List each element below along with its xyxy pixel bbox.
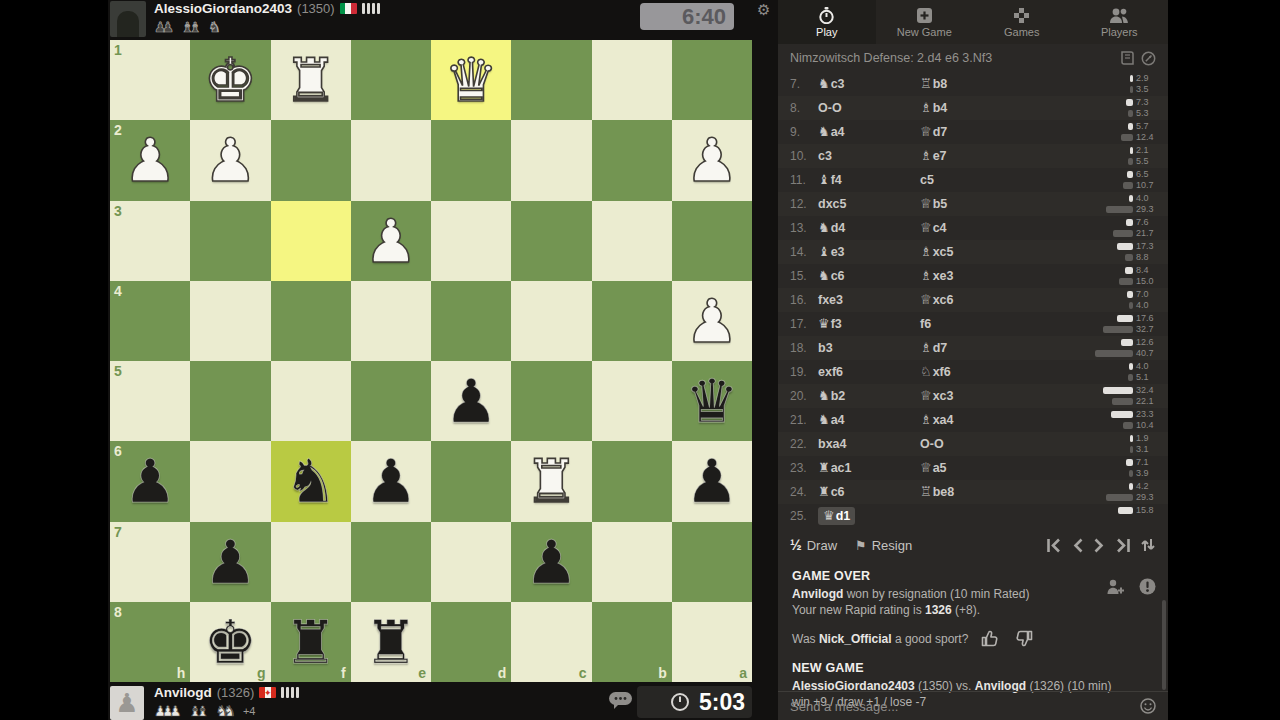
black-rook[interactable]: ♜ [351, 602, 431, 682]
side-panel: Play New Game Games Players Nimzowitsch … [778, 0, 1168, 720]
move-time-bars: 7.621.7 [1088, 217, 1160, 239]
square-e2[interactable] [351, 120, 431, 200]
flip-board-icon[interactable] [1140, 537, 1156, 553]
move-number: 24. [790, 480, 807, 504]
black-pawn[interactable]: ♟ [511, 522, 591, 602]
square-f7[interactable] [271, 522, 351, 602]
white-rook[interactable]: ♜ [271, 40, 351, 120]
black-move[interactable]: ♕a5 [920, 456, 947, 480]
square-a1[interactable] [672, 40, 752, 120]
white-move[interactable]: ♞a4 [818, 408, 845, 432]
square-a5[interactable]: ♛ [672, 361, 752, 441]
move-number: 21. [790, 408, 807, 432]
square-d7[interactable] [431, 522, 511, 602]
square-h3[interactable]: 3 [110, 201, 190, 281]
black-move[interactable]: ♕b5 [920, 192, 947, 216]
file-label: a [739, 665, 747, 681]
move-row: 22.bxa4O-O1.93.1 [778, 432, 1168, 456]
square-d2[interactable] [431, 120, 511, 200]
move-number: 23. [790, 456, 807, 480]
white-move[interactable]: dxc5 [818, 192, 847, 216]
explorer-compass-icon[interactable] [1141, 51, 1156, 66]
black-pawn[interactable]: ♟ [110, 441, 190, 521]
square-e4[interactable] [351, 281, 431, 361]
square-a2[interactable]: ♟ [672, 120, 752, 200]
square-c3[interactable] [511, 201, 591, 281]
clock-icon [670, 692, 690, 712]
move-number: 12. [790, 192, 807, 216]
white-rook[interactable]: ♜ [511, 441, 591, 521]
white-move[interactable]: fxe3 [818, 288, 843, 312]
figurine-knight-icon: ♘ [920, 360, 932, 384]
top-player-avatar[interactable] [110, 1, 146, 37]
rank-label: 3 [114, 203, 122, 219]
figurine-queen-icon: ♕ [920, 120, 932, 144]
move-row: 25.♛d115.8 [778, 504, 1168, 528]
italy-flag-icon [340, 3, 357, 14]
resign-flag-icon: ⚑ [855, 538, 867, 553]
white-move[interactable]: ♜ac1 [818, 456, 852, 480]
black-move[interactable]: ♗d7 [920, 336, 947, 360]
bottom-signal-bars [281, 687, 299, 698]
white-pawn[interactable]: ♟ [672, 120, 752, 200]
black-move[interactable]: ♕c4 [920, 216, 947, 240]
square-a3[interactable] [672, 201, 752, 281]
square-h4[interactable]: 4 [110, 281, 190, 361]
square-a8[interactable]: a [672, 602, 752, 682]
move-number: 16. [790, 288, 807, 312]
move-time-bars: 17.38.8 [1088, 241, 1160, 263]
move-row: 20.♞b2♕xc332.422.1 [778, 384, 1168, 408]
move-time-bars: 5.712.4 [1088, 121, 1160, 143]
draw-label: Draw [807, 538, 837, 553]
figurine-bishop-icon: ♗ [920, 240, 932, 264]
white-move[interactable]: ♞d4 [818, 216, 845, 240]
square-f6[interactable]: ♞ [271, 441, 351, 521]
square-f3[interactable] [271, 201, 351, 281]
square-g4[interactable] [190, 281, 270, 361]
opening-row: Nimzowitsch Defense: 2.d4 e6 3.Nf3 [778, 44, 1168, 72]
rank-label: 7 [114, 524, 122, 540]
message-input[interactable]: Send a message... [790, 699, 898, 714]
black-move[interactable]: ♕xc6 [920, 288, 954, 312]
opening-name[interactable]: Nimzowitsch Defense: 2.d4 e6 3.Nf3 [790, 51, 992, 65]
white-move[interactable]: ♞c3 [818, 72, 845, 96]
square-g6[interactable] [190, 441, 270, 521]
black-move[interactable]: ♖b8 [920, 72, 947, 96]
tab-games-label: Games [1004, 26, 1039, 38]
black-move[interactable]: ♗xe3 [920, 264, 954, 288]
white-pawn[interactable]: ♟ [110, 120, 190, 200]
move-number: 7. [790, 72, 800, 96]
figurine-queen-icon: ♕ [920, 288, 932, 312]
thumbs-up-icon[interactable] [980, 628, 1001, 649]
black-rook[interactable]: ♜ [271, 602, 351, 682]
file-label: b [658, 665, 667, 681]
black-move[interactable]: ♕d7 [920, 120, 947, 144]
bottom-player-clock: 5:03 [699, 689, 745, 716]
figurine-bishop-icon: ♗ [920, 144, 932, 168]
square-h8[interactable]: 8h [110, 602, 190, 682]
move-number: 20. [790, 384, 807, 408]
figurine-knight-icon: ♞ [818, 408, 830, 432]
white-move[interactable]: ♜c6 [818, 480, 845, 504]
move-row: 14.♝e3♗xc517.38.8 [778, 240, 1168, 264]
file-label: d [498, 665, 507, 681]
black-move[interactable]: c5 [920, 168, 934, 192]
tab-players[interactable]: Players [1071, 0, 1169, 44]
sport-question: Was Nick_Official a good sport? [792, 632, 968, 646]
move-number: 9. [790, 120, 800, 144]
nav-back-icon[interactable] [1072, 538, 1084, 553]
white-move[interactable]: ♞b2 [818, 384, 845, 408]
nav-last-icon[interactable] [1114, 538, 1131, 553]
square-b6[interactable] [592, 441, 672, 521]
square-f5[interactable] [271, 361, 351, 441]
figurine-bishop-icon: ♗ [920, 408, 932, 432]
square-f4[interactable] [271, 281, 351, 361]
settings-gear-icon[interactable]: ⚙ [757, 1, 770, 19]
tab-players-label: Players [1101, 26, 1138, 38]
tab-games[interactable]: Games [973, 0, 1071, 44]
square-b7[interactable] [592, 522, 672, 602]
move-time-bars: 4.029.3 [1088, 193, 1160, 215]
report-icon[interactable] [1139, 578, 1156, 595]
figurine-bishop-icon: ♗ [920, 96, 932, 120]
top-player-name[interactable]: AlessioGiordano2403 [154, 1, 292, 16]
square-e6[interactable]: ♟ [351, 441, 431, 521]
square-g5[interactable] [190, 361, 270, 441]
bottom-player-avatar[interactable]: ♟ [110, 686, 144, 720]
figurine-queen-icon: ♛ [818, 312, 830, 336]
move-row: 11.♝f4c56.510.7 [778, 168, 1168, 192]
square-a7[interactable] [672, 522, 752, 602]
top-player-bar: AlessioGiordano2403 (1350) ♟♟♝♝♞ 6:40 [110, 0, 752, 38]
square-d3[interactable] [431, 201, 511, 281]
half-icon: ½ [790, 537, 802, 553]
black-move[interactable]: ♕xc3 [920, 384, 954, 408]
game-controls: ½ Draw ⚑ Resign [778, 530, 1168, 560]
square-h7[interactable]: 7 [110, 522, 190, 602]
tab-play-label: Play [816, 26, 837, 38]
move-number: 14. [790, 240, 807, 264]
square-d5[interactable]: ♟ [431, 361, 511, 441]
canada-flag-icon: ✦ [259, 687, 276, 698]
new-game-title: NEW GAME [792, 661, 1154, 675]
move-row: 8.O-O♗b47.35.3 [778, 96, 1168, 120]
game-over-section: GAME OVER Anvilogd won by resignation (1… [778, 560, 1168, 649]
move-time-bars: 23.310.4 [1088, 409, 1160, 431]
black-move[interactable]: ♗e7 [920, 144, 947, 168]
move-list: 7.♞c3♖b82.93.58.O-O♗b47.35.39.♞a4♕d75.71… [778, 72, 1168, 530]
move-row: 18.b3♗d712.640.7 [778, 336, 1168, 360]
move-time-bars: 8.415.0 [1088, 265, 1160, 287]
square-h1[interactable]: 1 [110, 40, 190, 120]
white-move[interactable]: ♝e3 [818, 240, 845, 264]
material-advantage: +4 [243, 705, 256, 717]
square-f1[interactable]: ♜ [271, 40, 351, 120]
white-move[interactable]: ♛d1 [818, 507, 855, 525]
bottom-player-name[interactable]: Anvilogd [154, 685, 212, 700]
bottom-clock-box: 5:03 [637, 686, 752, 718]
tab-play[interactable]: Play [778, 0, 876, 44]
file-label: c [579, 665, 587, 681]
white-move[interactable]: O-O [818, 96, 842, 120]
rank-label: 5 [114, 363, 122, 379]
figurine-knight-icon: ♞ [818, 216, 830, 240]
black-move[interactable]: ♖be8 [920, 480, 954, 504]
square-g2[interactable]: ♟ [190, 120, 270, 200]
square-a4[interactable]: ♟ [672, 281, 752, 361]
game-over-rating: Your new Rapid rating is 1326 (+8). [792, 602, 1154, 618]
move-row: 7.♞c3♖b82.93.5 [778, 72, 1168, 96]
figurine-knight-icon: ♞ [818, 120, 830, 144]
square-e5[interactable] [351, 361, 431, 441]
white-move[interactable]: bxa4 [818, 432, 847, 456]
move-row: 15.♞c6♗xe38.415.0 [778, 264, 1168, 288]
square-b1[interactable] [592, 40, 672, 120]
top-signal-bars [362, 3, 380, 14]
stopwatch-icon [818, 7, 835, 24]
game-over-title: GAME OVER [792, 569, 1154, 583]
move-number: 17. [790, 312, 807, 336]
figurine-knight-icon: ♞ [818, 72, 830, 96]
top-player-rating: (1350) [297, 1, 335, 16]
figurine-queen-icon: ♕ [920, 456, 932, 480]
move-time-bars: 4.05.1 [1088, 361, 1160, 383]
figurine-rook-icon: ♖ [920, 72, 932, 96]
move-row: 17.♛f3f617.632.7 [778, 312, 1168, 336]
pawn-avatar-icon: ♟ [115, 688, 138, 718]
chat-bubble-icon[interactable] [609, 692, 632, 713]
move-row: 23.♜ac1♕a57.13.9 [778, 456, 1168, 480]
figurine-queen-icon: ♕ [920, 192, 932, 216]
captured-bishop-x2: ♝♝ [189, 703, 209, 719]
black-move[interactable]: ♘xf6 [920, 360, 951, 384]
square-g7[interactable]: ♟ [190, 522, 270, 602]
move-number: 8. [790, 96, 800, 120]
move-time-bars: 7.13.9 [1088, 457, 1160, 479]
move-time-bars: 12.640.7 [1088, 337, 1160, 359]
black-pawn[interactable]: ♟ [351, 441, 431, 521]
white-king[interactable]: ♚ [190, 40, 270, 120]
square-e1[interactable] [351, 40, 431, 120]
captured-pawn-x3: ♟♟♟ [154, 703, 182, 719]
black-move[interactable]: ♗b4 [920, 96, 947, 120]
move-row: 13.♞d4♕c47.621.7 [778, 216, 1168, 240]
thumbs-down-icon[interactable] [1013, 628, 1034, 649]
square-e8[interactable]: e♜ [351, 602, 431, 682]
move-number: 18. [790, 336, 807, 360]
white-move[interactable]: exf6 [818, 360, 843, 384]
black-move[interactable]: ♗xa4 [920, 408, 954, 432]
tab-new-game[interactable]: New Game [876, 0, 974, 44]
black-move[interactable]: f6 [920, 312, 931, 336]
file-label: h [177, 665, 186, 681]
square-d4[interactable] [431, 281, 511, 361]
panel-scrollbar[interactable] [1162, 600, 1166, 690]
figurine-rook-icon: ♜ [818, 480, 830, 504]
square-g8[interactable]: g♚ [190, 602, 270, 682]
square-d8[interactable]: d [431, 602, 511, 682]
square-h6[interactable]: 6♟ [110, 441, 190, 521]
rank-label: 4 [114, 283, 122, 299]
rank-label: 1 [114, 42, 122, 58]
square-c8[interactable]: c [511, 602, 591, 682]
white-move[interactable]: ♝f4 [818, 168, 842, 192]
figurine-bishop-icon: ♝ [818, 240, 830, 264]
move-row: 16.fxe3♕xc67.04.0 [778, 288, 1168, 312]
black-pawn[interactable]: ♟ [431, 361, 511, 441]
move-number: 22. [790, 432, 807, 456]
square-h5[interactable]: 5 [110, 361, 190, 441]
bottom-captured-pieces: ♟♟♟♝♝♞♞+4 [154, 703, 255, 719]
square-b3[interactable] [592, 201, 672, 281]
figurine-rook-icon: ♖ [920, 480, 932, 504]
move-time-bars: 2.15.5 [1088, 145, 1160, 167]
move-time-bars: 7.35.3 [1088, 97, 1160, 119]
figurine-knight-icon: ♞ [818, 384, 830, 408]
white-move[interactable]: c3 [818, 144, 832, 168]
checkerboard-icon [1013, 7, 1030, 24]
nav-first-icon[interactable] [1046, 538, 1063, 553]
rank-label: 8 [114, 604, 122, 620]
move-row: 12.dxc5♕b54.029.3 [778, 192, 1168, 216]
black-queen[interactable]: ♛ [672, 361, 752, 441]
square-g1[interactable]: ♚ [190, 40, 270, 120]
move-row: 21.♞a4♗xa423.310.4 [778, 408, 1168, 432]
square-h2[interactable]: 2♟ [110, 120, 190, 200]
square-c1[interactable] [511, 40, 591, 120]
tab-bar: Play New Game Games Players [778, 0, 1168, 44]
avatar-silhouette [117, 11, 139, 37]
black-knight[interactable]: ♞ [271, 441, 351, 521]
captured-knight-x2: ♞♞ [216, 703, 236, 719]
add-friend-icon[interactable] [1106, 578, 1125, 595]
square-c4[interactable] [511, 281, 591, 361]
move-number: 19. [790, 360, 807, 384]
square-b5[interactable] [592, 361, 672, 441]
square-f8[interactable]: f♜ [271, 602, 351, 682]
message-bar: Send a message... [778, 691, 1168, 720]
black-pawn[interactable]: ♟ [672, 441, 752, 521]
white-move[interactable]: ♞a4 [818, 120, 845, 144]
top-captured-pieces: ♟♟♝♝♞ [154, 19, 221, 35]
move-time-bars: 1.93.1 [1088, 433, 1160, 455]
move-row: 19.exf6♘xf64.05.1 [778, 360, 1168, 384]
square-c7[interactable]: ♟ [511, 522, 591, 602]
move-row: 9.♞a4♕d75.712.4 [778, 120, 1168, 144]
square-c5[interactable] [511, 361, 591, 441]
players-icon [1109, 7, 1129, 24]
white-move[interactable]: ♞c6 [818, 264, 845, 288]
resign-label: Resign [872, 538, 912, 553]
move-number: 13. [790, 216, 807, 240]
black-move[interactable]: O-O [920, 432, 944, 456]
square-c6[interactable]: ♜ [511, 441, 591, 521]
nav-forward-icon[interactable] [1093, 538, 1105, 553]
maple-leaf: ✦ [264, 688, 272, 697]
square-a6[interactable]: ♟ [672, 441, 752, 521]
move-time-bars: 32.422.1 [1088, 385, 1160, 407]
square-d1[interactable]: ♛ [431, 40, 511, 120]
square-b8[interactable]: b [592, 602, 672, 682]
move-time-bars: 4.229.3 [1088, 481, 1160, 503]
plus-square-icon [916, 7, 933, 24]
white-pawn[interactable]: ♟ [190, 120, 270, 200]
move-number: 11. [790, 168, 806, 192]
game-over-result: Anvilogd won by resignation (10 min Rate… [792, 586, 1154, 602]
move-number: 25. [790, 504, 807, 528]
bottom-player-bar: ♟ Anvilogd (1326) ✦ ♟♟♟♝♝♞♞+4 5:03 [110, 684, 752, 720]
move-time-bars: 17.632.7 [1088, 313, 1160, 335]
square-g3[interactable] [190, 201, 270, 281]
captured-bishop-x2: ♝♝ [181, 19, 201, 35]
move-number: 10. [790, 144, 807, 168]
black-move[interactable]: ♗xc5 [920, 240, 954, 264]
move-time-bars: 7.04.0 [1088, 289, 1160, 311]
figurine-queen-icon: ♕ [920, 216, 932, 240]
figurine-rook-icon: ♜ [818, 456, 830, 480]
openings-book-icon[interactable] [1120, 51, 1135, 65]
move-time-bars: 2.93.5 [1088, 73, 1160, 95]
white-pawn[interactable]: ♟ [351, 201, 431, 281]
black-king[interactable]: ♚ [190, 602, 270, 682]
emoji-smiley-icon[interactable] [1140, 698, 1156, 714]
square-e7[interactable] [351, 522, 431, 602]
move-row: 24.♜c6♖be84.229.3 [778, 480, 1168, 504]
figurine-knight-icon: ♞ [818, 264, 830, 288]
bottom-player-rating: (1326) [217, 685, 255, 700]
figurine-queen-icon: ♕ [920, 384, 932, 408]
white-queen[interactable]: ♛ [431, 40, 511, 120]
move-time-bars: 15.8 [1088, 505, 1160, 516]
square-e3[interactable]: ♟ [351, 201, 431, 281]
captured-pawn-x2: ♟♟ [154, 19, 174, 35]
figurine-bishop-icon: ♗ [920, 336, 932, 360]
move-time-bars: 6.510.7 [1088, 169, 1160, 191]
tab-new-game-label: New Game [897, 26, 952, 38]
captured-knight-x1: ♞ [208, 19, 221, 35]
figurine-queen-icon: ♛ [823, 507, 835, 525]
move-row: 10.c3♗e72.15.5 [778, 144, 1168, 168]
move-number: 15. [790, 264, 807, 288]
figurine-bishop-icon: ♗ [920, 264, 932, 288]
square-b4[interactable] [592, 281, 672, 361]
left-letterbox [0, 0, 108, 720]
draw-button[interactable]: ½ Draw [790, 537, 837, 553]
right-letterbox [1168, 0, 1280, 720]
white-move[interactable]: b3 [818, 336, 833, 360]
top-player-clock: 6:40 [640, 3, 734, 30]
figurine-bishop-icon: ♝ [818, 168, 830, 192]
square-b2[interactable] [592, 120, 672, 200]
square-d6[interactable] [431, 441, 511, 521]
white-move[interactable]: ♛f3 [818, 312, 842, 336]
square-c2[interactable] [511, 120, 591, 200]
white-pawn[interactable]: ♟ [672, 281, 752, 361]
black-pawn[interactable]: ♟ [190, 522, 270, 602]
resign-button[interactable]: ⚑ Resign [855, 538, 912, 553]
chess-board[interactable]: 1♚♜♛2♟♟♟3♟4♟5♟♛6♟♞♟♜♟7♟♟8hg♚f♜e♜dcba [110, 40, 752, 682]
square-f2[interactable] [271, 120, 351, 200]
